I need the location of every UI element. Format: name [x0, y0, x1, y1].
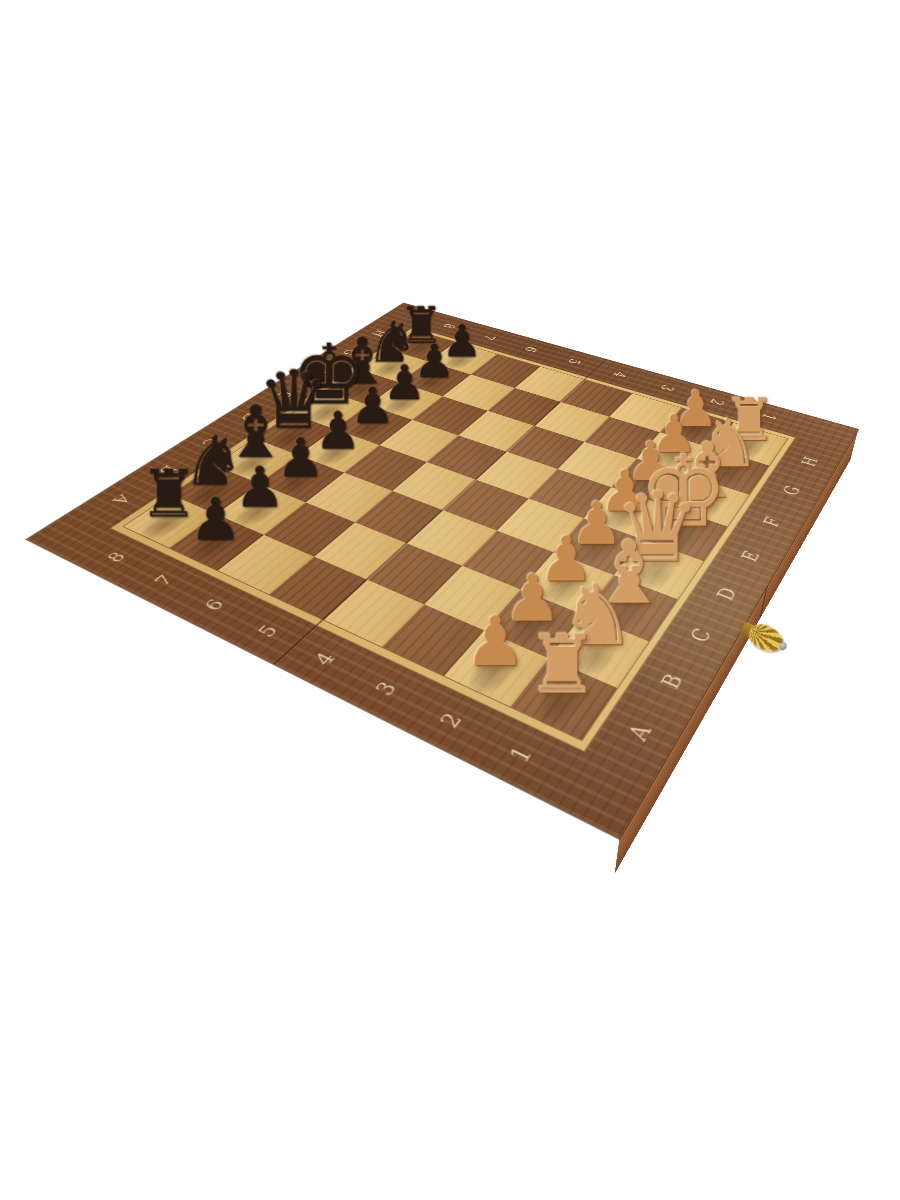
shadow-black-bishop: [335, 376, 383, 402]
photo-viewport: AA11BB22CC33DD44EE55FF66GG77HH88 ♜♞♝♛♚♝♞…: [0, 0, 900, 1200]
white-rook-glyph: ♜: [526, 627, 599, 704]
chess-board: AA11BB22CC33DD44EE55FF66GG77HH88 ♜♞♝♛♚♝♞…: [27, 303, 859, 839]
shadow-black-rook: [397, 337, 441, 360]
shadow-black-knight: [367, 356, 413, 380]
shadow-black-pawn: [409, 369, 455, 394]
white-pawn-glyph: ♟: [464, 609, 525, 674]
black-pawn-glyph: ♟: [235, 460, 285, 513]
shadow-black-pawn: [438, 349, 482, 373]
shadow-black-pawn: [308, 438, 362, 470]
shadow-black-pawn: [344, 413, 395, 442]
black-pawn-glyph: ♟: [189, 491, 242, 547]
shadow-black-king: [301, 398, 352, 426]
product-photo-background: AA11BB22CC33DD44EE55FF66GG77HH88 ♜♞♝♛♚♝♞…: [0, 0, 900, 1200]
shadow-black-pawn: [378, 390, 427, 417]
shadow-black-queen: [264, 422, 318, 452]
